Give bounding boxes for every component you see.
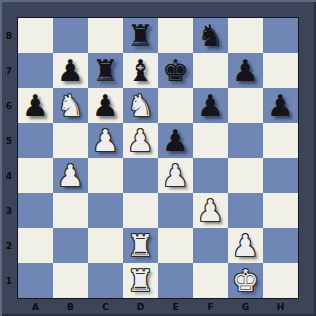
square-c2[interactable]	[88, 228, 123, 263]
file-label-b: B	[53, 298, 88, 316]
square-c8[interactable]	[88, 18, 123, 53]
square-b2[interactable]	[53, 228, 88, 263]
white-rook-d1[interactable]: ♜	[127, 263, 154, 298]
square-d2[interactable]: ♜	[123, 228, 158, 263]
square-b3[interactable]	[53, 193, 88, 228]
square-h3[interactable]	[263, 193, 298, 228]
rank-label-1: 1	[0, 263, 18, 298]
square-h1[interactable]	[263, 263, 298, 298]
file-label-a: A	[18, 298, 53, 316]
white-pawn-f3[interactable]: ♟	[197, 193, 224, 228]
white-pawn-e4[interactable]: ♟	[162, 158, 189, 193]
square-b4[interactable]: ♟	[53, 158, 88, 193]
square-f3[interactable]: ♟	[193, 193, 228, 228]
square-h2[interactable]	[263, 228, 298, 263]
white-rook-d2[interactable]: ♜	[127, 228, 154, 263]
file-label-d: D	[123, 298, 158, 316]
square-f2[interactable]	[193, 228, 228, 263]
black-pawn-c6[interactable]: ♟	[92, 88, 119, 123]
white-knight-b6[interactable]: ♞	[57, 88, 84, 123]
square-d1[interactable]: ♜	[123, 263, 158, 298]
square-g3[interactable]	[228, 193, 263, 228]
square-a5[interactable]	[18, 123, 53, 158]
square-g5[interactable]	[228, 123, 263, 158]
square-c1[interactable]	[88, 263, 123, 298]
square-d4[interactable]	[123, 158, 158, 193]
square-g1[interactable]: ♚	[228, 263, 263, 298]
chess-diagram: 87654321 ABCDEFGH ♜♞♟♜♝♚♟♟♞♟♞♟♟♟♟♟♟♟♟♜♟♜…	[0, 0, 316, 316]
square-h6[interactable]: ♟	[263, 88, 298, 123]
file-label-c: C	[88, 298, 123, 316]
square-a4[interactable]	[18, 158, 53, 193]
black-pawn-f6[interactable]: ♟	[197, 88, 224, 123]
square-d5[interactable]: ♟	[123, 123, 158, 158]
square-c4[interactable]	[88, 158, 123, 193]
square-e2[interactable]	[158, 228, 193, 263]
square-a3[interactable]	[18, 193, 53, 228]
square-g2[interactable]: ♟	[228, 228, 263, 263]
black-knight-f8[interactable]: ♞	[197, 18, 224, 53]
square-a2[interactable]	[18, 228, 53, 263]
white-pawn-d5[interactable]: ♟	[127, 123, 154, 158]
square-b7[interactable]: ♟	[53, 53, 88, 88]
white-king-g1[interactable]: ♚	[232, 263, 259, 298]
square-a6[interactable]: ♟	[18, 88, 53, 123]
square-e6[interactable]	[158, 88, 193, 123]
square-f5[interactable]	[193, 123, 228, 158]
white-pawn-g2[interactable]: ♟	[232, 228, 259, 263]
square-a8[interactable]	[18, 18, 53, 53]
square-a1[interactable]	[18, 263, 53, 298]
file-label-e: E	[158, 298, 193, 316]
square-d6[interactable]: ♞	[123, 88, 158, 123]
file-label-g: G	[228, 298, 263, 316]
black-rook-c7[interactable]: ♜	[92, 53, 119, 88]
square-d3[interactable]	[123, 193, 158, 228]
square-b5[interactable]	[53, 123, 88, 158]
square-f8[interactable]: ♞	[193, 18, 228, 53]
square-g4[interactable]	[228, 158, 263, 193]
square-b8[interactable]	[53, 18, 88, 53]
black-bishop-d7[interactable]: ♝	[127, 53, 154, 88]
square-h5[interactable]	[263, 123, 298, 158]
square-b6[interactable]: ♞	[53, 88, 88, 123]
rank-label-8: 8	[0, 18, 18, 53]
black-king-e7[interactable]: ♚	[162, 53, 189, 88]
square-h4[interactable]	[263, 158, 298, 193]
square-c3[interactable]	[88, 193, 123, 228]
square-e7[interactable]: ♚	[158, 53, 193, 88]
white-pawn-c5[interactable]: ♟	[92, 123, 119, 158]
square-f1[interactable]	[193, 263, 228, 298]
chess-board: ♜♞♟♜♝♚♟♟♞♟♞♟♟♟♟♟♟♟♟♜♟♜♚	[18, 18, 298, 298]
square-g6[interactable]	[228, 88, 263, 123]
square-e4[interactable]: ♟	[158, 158, 193, 193]
square-g7[interactable]: ♟	[228, 53, 263, 88]
rank-label-5: 5	[0, 123, 18, 158]
square-a7[interactable]	[18, 53, 53, 88]
square-f6[interactable]: ♟	[193, 88, 228, 123]
square-e8[interactable]	[158, 18, 193, 53]
square-f7[interactable]	[193, 53, 228, 88]
square-f4[interactable]	[193, 158, 228, 193]
file-labels: ABCDEFGH	[18, 298, 298, 316]
square-e5[interactable]: ♟	[158, 123, 193, 158]
rank-label-7: 7	[0, 53, 18, 88]
rank-labels: 87654321	[0, 18, 18, 298]
black-pawn-e5[interactable]: ♟	[162, 123, 189, 158]
file-label-f: F	[193, 298, 228, 316]
black-pawn-g7[interactable]: ♟	[232, 53, 259, 88]
black-pawn-a6[interactable]: ♟	[22, 88, 49, 123]
rank-label-4: 4	[0, 158, 18, 193]
square-h7[interactable]	[263, 53, 298, 88]
square-d7[interactable]: ♝	[123, 53, 158, 88]
square-c7[interactable]: ♜	[88, 53, 123, 88]
square-e1[interactable]	[158, 263, 193, 298]
black-rook-d8[interactable]: ♜	[127, 18, 154, 53]
black-pawn-h6[interactable]: ♟	[267, 88, 294, 123]
rank-label-2: 2	[0, 228, 18, 263]
file-label-h: H	[263, 298, 298, 316]
square-b1[interactable]	[53, 263, 88, 298]
square-g8[interactable]	[228, 18, 263, 53]
rank-label-6: 6	[0, 88, 18, 123]
white-pawn-b4[interactable]: ♟	[57, 158, 84, 193]
white-knight-d6[interactable]: ♞	[127, 88, 154, 123]
square-c6[interactable]: ♟	[88, 88, 123, 123]
square-h8[interactable]	[263, 18, 298, 53]
square-c5[interactable]: ♟	[88, 123, 123, 158]
black-pawn-b7[interactable]: ♟	[57, 53, 84, 88]
rank-label-3: 3	[0, 193, 18, 228]
square-d8[interactable]: ♜	[123, 18, 158, 53]
square-e3[interactable]	[158, 193, 193, 228]
